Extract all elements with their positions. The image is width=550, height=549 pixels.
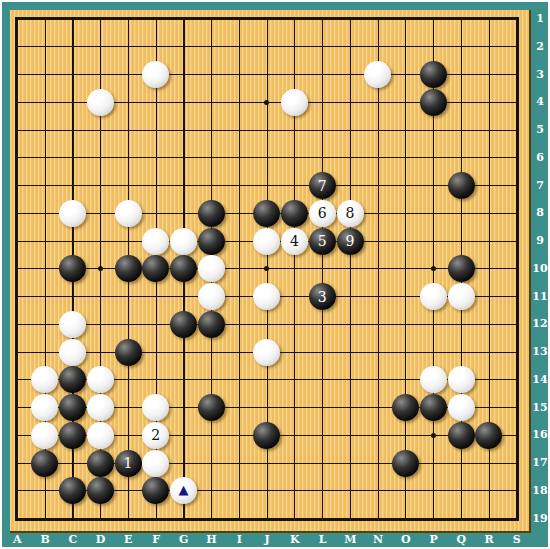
move-number-label: 9 — [346, 234, 355, 248]
move-number-label: 8 — [346, 206, 355, 220]
triangle-marker: ▲ — [179, 483, 189, 496]
row-label: 15 — [530, 401, 550, 414]
white-stone: 6 — [309, 200, 336, 227]
black-stone: 1 — [115, 450, 142, 477]
black-stone — [87, 477, 114, 504]
star-point — [264, 266, 269, 271]
row-label: 10 — [530, 262, 550, 275]
column-label: A — [6, 533, 28, 546]
white-stone — [31, 366, 58, 393]
white-stone — [59, 200, 86, 227]
white-stone — [198, 255, 225, 282]
row-label: 18 — [530, 484, 550, 497]
white-stone — [170, 228, 197, 255]
black-stone — [253, 422, 280, 449]
white-stone: 2 — [142, 422, 169, 449]
white-stone — [448, 394, 475, 421]
star-point — [431, 433, 436, 438]
black-stone — [448, 255, 475, 282]
move-number-label: 7 — [318, 179, 327, 193]
white-stone — [31, 422, 58, 449]
black-stone — [420, 394, 447, 421]
black-stone — [198, 200, 225, 227]
black-stone — [281, 200, 308, 227]
row-label: 3 — [530, 68, 550, 81]
column-label: C — [62, 533, 84, 546]
board-grid-lines: 768459321▲ — [15, 17, 519, 521]
column-label: S — [506, 533, 528, 546]
row-label: 6 — [530, 151, 550, 164]
star-point — [431, 266, 436, 271]
white-stone — [87, 422, 114, 449]
white-stone — [87, 89, 114, 116]
black-stone: 3 — [309, 283, 336, 310]
column-label: F — [145, 533, 167, 546]
column-label: Q — [450, 533, 472, 546]
move-number-label: 5 — [318, 234, 327, 248]
black-stone — [448, 172, 475, 199]
white-stone — [87, 394, 114, 421]
row-label: 7 — [530, 179, 550, 192]
white-stone — [420, 366, 447, 393]
row-label: 13 — [530, 345, 550, 358]
move-number-label: 4 — [290, 234, 299, 248]
white-stone — [253, 339, 280, 366]
white-stone — [198, 283, 225, 310]
column-label: D — [90, 533, 112, 546]
white-stone — [448, 366, 475, 393]
move-number-label: 2 — [151, 428, 160, 442]
black-stone — [59, 422, 86, 449]
black-stone — [392, 450, 419, 477]
black-stone: 9 — [337, 228, 364, 255]
black-stone — [475, 422, 502, 449]
column-label: M — [339, 533, 361, 546]
black-stone — [170, 311, 197, 338]
board-grid: 768459321▲ — [3, 5, 530, 532]
black-stone — [59, 255, 86, 282]
goban[interactable]: 768459321▲ — [10, 10, 531, 533]
row-label: 16 — [530, 428, 550, 441]
column-label: N — [367, 533, 389, 546]
white-stone — [253, 283, 280, 310]
column-label: I — [228, 533, 250, 546]
black-stone — [142, 477, 169, 504]
white-stone — [115, 200, 142, 227]
row-label: 9 — [530, 234, 550, 247]
black-stone — [142, 255, 169, 282]
column-label: R — [478, 533, 500, 546]
black-stone — [253, 200, 280, 227]
white-stone — [31, 394, 58, 421]
black-stone — [198, 311, 225, 338]
black-stone — [198, 228, 225, 255]
white-stone — [59, 339, 86, 366]
black-stone — [87, 450, 114, 477]
black-stone — [420, 61, 447, 88]
white-stone — [142, 61, 169, 88]
row-label: 4 — [530, 95, 550, 108]
row-label: 14 — [530, 373, 550, 386]
white-stone — [142, 450, 169, 477]
white-stone — [142, 394, 169, 421]
move-number-label: 6 — [318, 206, 327, 220]
black-stone — [59, 394, 86, 421]
column-label: O — [395, 533, 417, 546]
white-stone: 8 — [337, 200, 364, 227]
move-number-label: 1 — [124, 456, 133, 470]
black-stone — [170, 255, 197, 282]
white-stone — [281, 89, 308, 116]
white-stone — [59, 311, 86, 338]
black-stone — [59, 477, 86, 504]
column-label: J — [256, 533, 278, 546]
column-label: H — [201, 533, 223, 546]
row-label: 5 — [530, 123, 550, 136]
go-diagram-page: 768459321▲ ABCDEFGHIJKLMNOPQRS1234567891… — [0, 0, 550, 549]
black-stone — [448, 422, 475, 449]
star-point — [98, 266, 103, 271]
row-label: 2 — [530, 40, 550, 53]
row-label: 8 — [530, 206, 550, 219]
black-stone — [31, 450, 58, 477]
row-label: 11 — [530, 290, 550, 303]
column-label: L — [312, 533, 334, 546]
move-number-label: 3 — [318, 290, 327, 304]
black-stone — [115, 255, 142, 282]
black-stone — [115, 339, 142, 366]
black-stone — [59, 366, 86, 393]
black-stone — [420, 89, 447, 116]
white-stone — [364, 61, 391, 88]
white-stone — [253, 228, 280, 255]
black-stone — [198, 394, 225, 421]
row-label: 1 — [530, 12, 550, 25]
black-stone — [392, 394, 419, 421]
white-stone — [142, 228, 169, 255]
column-label: E — [117, 533, 139, 546]
row-label: 12 — [530, 317, 550, 330]
white-stone — [448, 283, 475, 310]
white-stone — [87, 366, 114, 393]
black-stone: 7 — [309, 172, 336, 199]
column-label: K — [284, 533, 306, 546]
white-stone — [420, 283, 447, 310]
star-point — [264, 100, 269, 105]
column-label: B — [34, 533, 56, 546]
column-label: G — [173, 533, 195, 546]
black-stone: 5 — [309, 228, 336, 255]
row-label: 19 — [530, 512, 550, 525]
white-stone: 4 — [281, 228, 308, 255]
white-stone: ▲ — [170, 477, 197, 504]
row-label: 17 — [530, 456, 550, 469]
column-label: P — [423, 533, 445, 546]
